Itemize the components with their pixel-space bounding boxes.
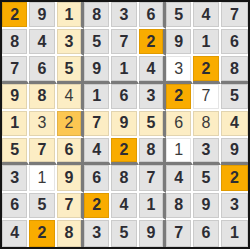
cell-r8c9[interactable]: 3: [221, 193, 248, 220]
cell-r1c4[interactable]: 8: [84, 2, 111, 29]
cell-r9c8[interactable]: 6: [193, 220, 220, 247]
cell-r8c8[interactable]: 9: [193, 193, 220, 220]
cell-r4c6[interactable]: 3: [139, 84, 166, 111]
cell-r9c6[interactable]: 9: [139, 220, 166, 247]
cell-r4c4[interactable]: 1: [84, 84, 111, 111]
cell-r8c2[interactable]: 5: [29, 193, 56, 220]
cell-r9c1[interactable]: 4: [2, 220, 29, 247]
cell-r7c7[interactable]: 4: [166, 165, 193, 192]
cell-r5c4[interactable]: 7: [84, 111, 111, 138]
cell-r7c3[interactable]: 9: [57, 165, 84, 192]
cell-r2c8[interactable]: 1: [193, 29, 220, 56]
cell-r9c7[interactable]: 7: [166, 220, 193, 247]
cell-r2c3[interactable]: 3: [57, 29, 84, 56]
cell-r6c1[interactable]: 5: [2, 138, 29, 165]
cell-r8c7[interactable]: 8: [166, 193, 193, 220]
cell-r7c5[interactable]: 8: [111, 165, 138, 192]
cell-r5c9[interactable]: 4: [221, 111, 248, 138]
cell-r6c9[interactable]: 9: [221, 138, 248, 165]
cell-r1c6[interactable]: 6: [139, 2, 166, 29]
cell-r3c5[interactable]: 1: [111, 56, 138, 83]
cell-r3c1[interactable]: 7: [2, 56, 29, 83]
cell-r3c7[interactable]: 3: [166, 56, 193, 83]
cell-r4c7[interactable]: 2: [166, 84, 193, 111]
cell-r2c2[interactable]: 4: [29, 29, 56, 56]
cell-r5c5[interactable]: 9: [111, 111, 138, 138]
cell-r6c4[interactable]: 4: [84, 138, 111, 165]
cell-r2c6[interactable]: 2: [139, 29, 166, 56]
cell-r5c3[interactable]: 2: [57, 111, 84, 138]
cell-r6c5[interactable]: 2: [111, 138, 138, 165]
cell-r3c8[interactable]: 2: [193, 56, 220, 83]
cell-r8c1[interactable]: 6: [2, 193, 29, 220]
cell-r2c4[interactable]: 5: [84, 29, 111, 56]
cell-r5c7[interactable]: 6: [166, 111, 193, 138]
cell-r2c5[interactable]: 7: [111, 29, 138, 56]
cell-r3c2[interactable]: 6: [29, 56, 56, 83]
cell-r7c8[interactable]: 5: [193, 165, 220, 192]
cell-r3c6[interactable]: 4: [139, 56, 166, 83]
cell-r6c2[interactable]: 7: [29, 138, 56, 165]
cell-r7c6[interactable]: 7: [139, 165, 166, 192]
cell-r3c9[interactable]: 8: [221, 56, 248, 83]
cell-r3c4[interactable]: 9: [84, 56, 111, 83]
cell-r5c6[interactable]: 5: [139, 111, 166, 138]
cell-r1c5[interactable]: 3: [111, 2, 138, 29]
cell-r6c3[interactable]: 6: [57, 138, 84, 165]
cell-r6c6[interactable]: 8: [139, 138, 166, 165]
cell-r2c9[interactable]: 6: [221, 29, 248, 56]
cell-r4c5[interactable]: 6: [111, 84, 138, 111]
cell-r1c8[interactable]: 4: [193, 2, 220, 29]
cell-r1c1[interactable]: 2: [2, 2, 29, 29]
cell-r8c3[interactable]: 7: [57, 193, 84, 220]
cell-r1c7[interactable]: 5: [166, 2, 193, 29]
cell-r8c6[interactable]: 1: [139, 193, 166, 220]
cell-r9c3[interactable]: 8: [57, 220, 84, 247]
cell-r3c3[interactable]: 5: [57, 56, 84, 83]
cell-r5c2[interactable]: 3: [29, 111, 56, 138]
cell-r9c4[interactable]: 3: [84, 220, 111, 247]
cell-r7c9[interactable]: 2: [221, 165, 248, 192]
cell-r5c1[interactable]: 1: [2, 111, 29, 138]
cell-r1c9[interactable]: 7: [221, 2, 248, 29]
cell-r8c4[interactable]: 2: [84, 193, 111, 220]
cell-r6c8[interactable]: 3: [193, 138, 220, 165]
cell-r7c1[interactable]: 3: [2, 165, 29, 192]
cell-r7c4[interactable]: 6: [84, 165, 111, 192]
cell-r2c7[interactable]: 9: [166, 29, 193, 56]
cell-r7c2[interactable]: 1: [29, 165, 56, 192]
cell-r4c1[interactable]: 9: [2, 84, 29, 111]
cell-r9c5[interactable]: 5: [111, 220, 138, 247]
cell-r9c9[interactable]: 1: [221, 220, 248, 247]
cell-r4c9[interactable]: 5: [221, 84, 248, 111]
cell-r1c2[interactable]: 9: [29, 2, 56, 29]
cell-r1c3[interactable]: 1: [57, 2, 84, 29]
cell-r4c8[interactable]: 7: [193, 84, 220, 111]
cell-r4c3[interactable]: 4: [57, 84, 84, 111]
sudoku-board: 2918365478435729167659143289841632751327…: [0, 0, 250, 249]
cell-r6c7[interactable]: 1: [166, 138, 193, 165]
cell-r5c8[interactable]: 8: [193, 111, 220, 138]
cell-r4c2[interactable]: 8: [29, 84, 56, 111]
cell-r8c5[interactable]: 4: [111, 193, 138, 220]
cell-r2c1[interactable]: 8: [2, 29, 29, 56]
cell-r9c2[interactable]: 2: [29, 220, 56, 247]
